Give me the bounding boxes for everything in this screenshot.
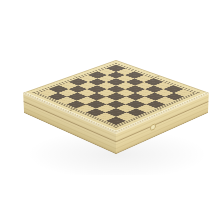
border-dot <box>114 127 117 128</box>
border-dot <box>159 109 162 110</box>
border-dot <box>198 92 201 93</box>
product-photo-background <box>0 0 220 220</box>
border-dot <box>70 109 73 110</box>
brass-clasp <box>150 122 156 130</box>
